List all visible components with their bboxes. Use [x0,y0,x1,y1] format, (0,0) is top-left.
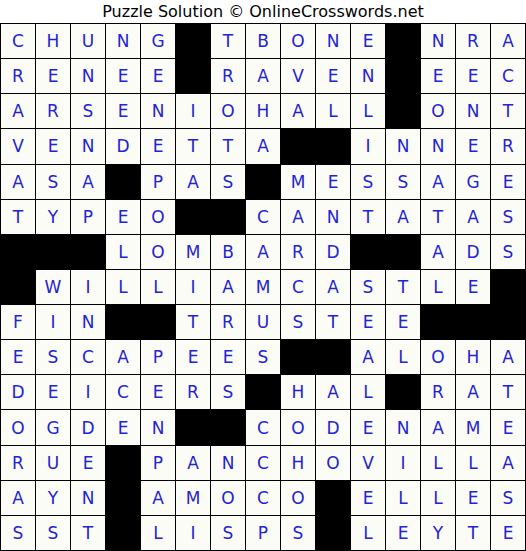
letter-cell: E [386,516,420,550]
letter-cell: N [71,305,105,339]
letter-cell: B [211,235,245,269]
letter-cell: O [316,446,350,480]
letter-cell: I [386,446,420,480]
letter-cell: E [456,481,490,515]
letter-cell: T [176,305,210,339]
letter-cell: Y [36,200,70,234]
letter-cell: A [316,270,350,304]
letter-cell: T [491,94,525,128]
letter-cell: C [246,410,280,444]
letter-cell: A [1,94,35,128]
letter-cell: A [491,340,525,374]
letter-cell: S [491,200,525,234]
letter-cell: U [246,305,280,339]
letter-cell: P [246,516,280,550]
letter-cell: U [71,24,105,58]
block-cell [106,165,140,199]
letter-cell: C [71,340,105,374]
letter-cell: A [386,200,420,234]
letter-cell: N [351,59,385,93]
letter-cell: O [421,340,455,374]
letter-cell: C [1,24,35,58]
letter-cell: N [141,410,175,444]
letter-cell: B [246,24,280,58]
letter-cell: S [281,305,315,339]
letter-cell: C [246,481,280,515]
letter-cell: T [386,270,420,304]
letter-cell: A [421,410,455,444]
letter-cell: A [246,129,280,163]
letter-cell: S [351,165,385,199]
letter-cell: N [456,94,490,128]
crossword-grid: CHUNGTBONENRARENEERAVENEECARSENIOHALLONT… [0,23,526,551]
letter-cell: N [316,24,350,58]
letter-cell: H [281,375,315,409]
letter-cell: G [456,165,490,199]
letter-cell: A [316,375,350,409]
letter-cell: R [281,235,315,269]
letter-cell: S [211,516,245,550]
letter-cell: I [71,270,105,304]
letter-cell: A [491,24,525,58]
block-cell [421,305,455,339]
letter-cell: V [351,446,385,480]
letter-cell: S [71,94,105,128]
letter-cell: O [211,481,245,515]
letter-cell: L [351,375,385,409]
block-cell [211,200,245,234]
block-cell [316,516,350,550]
letter-cell: A [211,270,245,304]
letter-cell: R [1,446,35,480]
letter-cell: R [491,129,525,163]
block-cell [176,200,210,234]
block-cell [386,375,420,409]
letter-cell: H [246,94,280,128]
letter-cell: E [36,129,70,163]
letter-cell: S [211,165,245,199]
block-cell [281,129,315,163]
letter-cell: C [246,200,280,234]
letter-cell: T [456,516,490,550]
letter-cell: A [351,340,385,374]
letter-cell: U [36,446,70,480]
letter-cell: L [421,270,455,304]
letter-cell: E [141,375,175,409]
letter-cell: L [421,481,455,515]
letter-cell: N [316,200,350,234]
letter-cell: P [141,165,175,199]
block-cell [386,94,420,128]
letter-cell: N [421,129,455,163]
letter-cell: A [1,165,35,199]
letter-cell: E [491,410,525,444]
letter-cell: N [141,94,175,128]
letter-cell: E [141,59,175,93]
letter-cell: N [71,129,105,163]
page-title: Puzzle Solution © OnlineCrosswords.net [0,0,526,23]
block-cell [141,305,175,339]
letter-cell: W [36,270,70,304]
letter-cell: E [351,410,385,444]
letter-cell: A [71,165,105,199]
block-cell [386,59,420,93]
letter-cell: H [281,446,315,480]
letter-cell: L [351,516,385,550]
letter-cell: S [491,481,525,515]
letter-cell: T [1,200,35,234]
block-cell [36,235,70,269]
letter-cell: N [211,446,245,480]
letter-cell: P [141,340,175,374]
letter-cell: I [36,305,70,339]
block-cell [491,305,525,339]
letter-cell: R [36,94,70,128]
letter-cell: H [36,24,70,58]
letter-cell: L [386,340,420,374]
letter-cell: D [316,410,350,444]
letter-cell: E [491,165,525,199]
letter-cell: C [491,59,525,93]
letter-cell: E [71,446,105,480]
letter-cell: F [1,305,35,339]
letter-cell: N [71,481,105,515]
block-cell [386,235,420,269]
letter-cell: N [386,410,420,444]
letter-cell: S [281,516,315,550]
letter-cell: R [176,375,210,409]
letter-cell: I [176,94,210,128]
letter-cell: E [141,129,175,163]
letter-cell: I [351,129,385,163]
block-cell [106,481,140,515]
block-cell [71,235,105,269]
letter-cell: P [141,446,175,480]
letter-cell: E [36,59,70,93]
letter-cell: T [316,305,350,339]
letter-cell: C [106,375,140,409]
letter-cell: S [386,165,420,199]
block-cell [316,340,350,374]
letter-cell: E [106,94,140,128]
letter-cell: A [106,340,140,374]
letter-cell: M [176,235,210,269]
letter-cell: A [176,165,210,199]
letter-cell: Y [421,516,455,550]
letter-cell: R [211,59,245,93]
letter-cell: A [421,165,455,199]
letter-cell: A [176,446,210,480]
letter-cell: T [71,516,105,550]
letter-cell: D [316,235,350,269]
letter-cell: I [71,375,105,409]
letter-cell: H [456,340,490,374]
letter-cell: T [421,200,455,234]
block-cell [351,235,385,269]
letter-cell: N [106,24,140,58]
letter-cell: T [211,129,245,163]
letter-cell: T [211,24,245,58]
letter-cell: A [141,481,175,515]
letter-cell: R [421,375,455,409]
letter-cell: O [281,410,315,444]
puzzle-solution-page: Puzzle Solution © OnlineCrosswords.net C… [0,0,526,551]
letter-cell: E [456,59,490,93]
letter-cell: T [351,200,385,234]
letter-cell: L [106,235,140,269]
block-cell [176,24,210,58]
letter-cell: O [211,94,245,128]
letter-cell: L [421,446,455,480]
block-cell [491,270,525,304]
block-cell [386,24,420,58]
letter-cell: O [421,94,455,128]
block-cell [281,340,315,374]
letter-cell: A [281,200,315,234]
letter-cell: V [281,59,315,93]
block-cell [1,235,35,269]
letter-cell: E [491,516,525,550]
block-cell [211,410,245,444]
letter-cell: E [456,270,490,304]
letter-cell: L [316,94,350,128]
letter-cell: O [141,200,175,234]
letter-cell: M [246,270,280,304]
letter-cell: C [246,446,280,480]
letter-cell: E [421,59,455,93]
block-cell [316,481,350,515]
letter-cell: S [211,375,245,409]
letter-cell: E [316,59,350,93]
letter-cell: A [281,94,315,128]
letter-cell: G [36,410,70,444]
letter-cell: E [386,305,420,339]
letter-cell: R [456,24,490,58]
block-cell [176,59,210,93]
letter-cell: E [106,59,140,93]
letter-cell: V [1,129,35,163]
block-cell [106,446,140,480]
letter-cell: N [421,24,455,58]
letter-cell: S [491,235,525,269]
letter-cell: R [1,59,35,93]
letter-cell: G [141,24,175,58]
letter-cell: S [36,165,70,199]
letter-cell: L [141,516,175,550]
letter-cell: A [456,200,490,234]
letter-cell: E [456,129,490,163]
letter-cell: S [36,340,70,374]
letter-cell: A [456,375,490,409]
letter-cell: D [1,375,35,409]
letter-cell: O [281,481,315,515]
letter-cell: S [1,516,35,550]
letter-cell: E [351,24,385,58]
letter-cell: A [1,481,35,515]
letter-cell: N [71,59,105,93]
letter-cell: E [351,481,385,515]
letter-cell: P [71,200,105,234]
letter-cell: D [456,235,490,269]
block-cell [106,516,140,550]
letter-cell: L [456,446,490,480]
letter-cell: N [386,129,420,163]
letter-cell: T [491,375,525,409]
letter-cell: E [316,165,350,199]
letter-cell: E [176,340,210,374]
block-cell [246,375,280,409]
letter-cell: S [351,270,385,304]
letter-cell: S [36,516,70,550]
letter-cell: A [246,235,280,269]
block-cell [246,165,280,199]
letter-cell: E [351,305,385,339]
letter-cell: E [36,375,70,409]
letter-cell: E [106,200,140,234]
letter-cell: M [456,410,490,444]
letter-cell: L [106,270,140,304]
letter-cell: E [1,340,35,374]
block-cell [456,305,490,339]
letter-cell: Y [36,481,70,515]
letter-cell: S [246,340,280,374]
letter-cell: O [1,410,35,444]
block-cell [176,410,210,444]
letter-cell: O [141,235,175,269]
letter-cell: E [106,410,140,444]
letter-cell: L [141,270,175,304]
letter-cell: E [211,340,245,374]
letter-cell: L [386,481,420,515]
block-cell [1,270,35,304]
block-cell [316,129,350,163]
letter-cell: M [281,165,315,199]
letter-cell: O [281,24,315,58]
letter-cell: L [351,94,385,128]
letter-cell: I [176,516,210,550]
letter-cell: R [211,305,245,339]
letter-cell: D [106,129,140,163]
letter-cell: C [281,270,315,304]
letter-cell: D [71,410,105,444]
letter-cell: I [176,270,210,304]
letter-cell: A [421,235,455,269]
letter-cell: T [176,129,210,163]
letter-cell: A [491,446,525,480]
block-cell [106,305,140,339]
letter-cell: M [176,481,210,515]
letter-cell: A [246,59,280,93]
